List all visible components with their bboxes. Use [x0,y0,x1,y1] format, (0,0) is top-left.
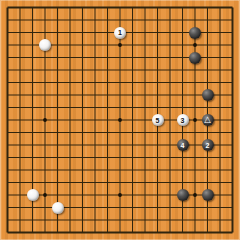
stone-black[interactable] [189,27,201,39]
stone-black-2[interactable]: 2 [202,139,214,151]
stone-white[interactable] [27,189,39,201]
move-number-label: 5 [156,117,160,124]
stones-layer: △12345 [1,1,239,239]
stone-black[interactable] [177,189,189,201]
stone-white-1[interactable]: 1 [114,27,126,39]
stone-white-5[interactable]: 5 [152,114,164,126]
stone-black[interactable] [202,89,214,101]
move-number-label: 4 [181,142,185,149]
move-number-label: 2 [206,142,210,149]
stone-black-△[interactable]: △ [202,114,214,126]
triangle-marker: △ [204,115,211,124]
stone-white[interactable] [39,39,51,51]
move-number-label: 1 [118,29,122,36]
go-board[interactable]: △12345 [0,0,240,240]
stone-black[interactable] [189,52,201,64]
stone-black-4[interactable]: 4 [177,139,189,151]
move-number-label: 3 [181,117,185,124]
stone-white[interactable] [52,202,64,214]
stone-black[interactable] [202,189,214,201]
stone-white-3[interactable]: 3 [177,114,189,126]
